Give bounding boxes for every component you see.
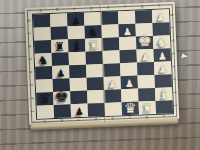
- square-a7: [34, 27, 52, 41]
- square-c2: [70, 91, 88, 105]
- square-g6: ♚: [136, 36, 154, 50]
- square-h2: ♝: [155, 87, 173, 101]
- square-g3: [138, 75, 156, 89]
- square-d4: [86, 64, 104, 78]
- square-f5: [119, 50, 137, 64]
- square-b2: ♚: [53, 91, 71, 105]
- square-g2: [138, 88, 156, 102]
- square-d6: ♜: [85, 38, 103, 52]
- square-c1: ♟: [71, 104, 89, 118]
- square-e4: [103, 63, 121, 77]
- square-f4: [120, 63, 138, 77]
- square-e3: ♟: [104, 76, 122, 90]
- square-f3: ♟: [121, 76, 139, 90]
- square-a2: ♛: [36, 92, 54, 106]
- black-king-b2: ♚: [54, 88, 69, 105]
- square-b4: ♟: [52, 65, 70, 79]
- square-c6: ♝: [68, 39, 86, 53]
- white-queen-f1: ♛: [124, 101, 137, 115]
- black-knight-a5: ♞: [38, 54, 49, 66]
- black-rook-b6: ♜: [54, 40, 65, 52]
- coord-label: g: [134, 3, 151, 10]
- square-a1: [37, 105, 55, 119]
- coord-label: h: [151, 2, 168, 9]
- square-d1: [88, 103, 106, 117]
- square-d2: [87, 90, 105, 104]
- square-f1: ♛: [122, 102, 140, 116]
- white-pawn-f3: ♟: [125, 79, 134, 89]
- black-knight-d7: ♞: [88, 26, 99, 38]
- white-pawn-h5: ♟: [158, 51, 167, 61]
- square-g1: ♜: [139, 101, 157, 115]
- square-a5: ♞: [35, 53, 53, 67]
- coord-label: c: [66, 6, 83, 13]
- square-a6: [34, 40, 52, 54]
- square-e5: [102, 50, 120, 64]
- coord-label: d: [83, 5, 100, 12]
- square-g8: [135, 10, 153, 24]
- coord-label: d: [87, 116, 104, 123]
- coord-label: c: [70, 117, 87, 124]
- white-pawn-h8: ♟: [156, 12, 165, 22]
- coord-label: e: [100, 4, 117, 11]
- coord-label: f: [117, 4, 134, 11]
- square-c3: [70, 78, 88, 92]
- white-pawn-h4: ♟: [158, 64, 167, 74]
- coord-label: h: [155, 113, 172, 120]
- square-a8: [33, 14, 51, 28]
- square-g5: ♟: [136, 49, 154, 63]
- white-pawn-e3: ♟: [108, 79, 117, 89]
- coord-label: 7: [23, 30, 36, 38]
- square-e1: [105, 102, 123, 116]
- photo-of-chess-board: { "game": "chess", "scene": "overhead ph…: [0, 0, 200, 150]
- white-king-g6: ♚: [137, 33, 152, 50]
- white-pawn-g5: ♟: [141, 52, 150, 62]
- white-bishop-h2: ♝: [158, 87, 170, 100]
- square-b7: [50, 26, 68, 40]
- square-h4: ♟: [154, 61, 172, 75]
- square-e7: [101, 24, 119, 38]
- white-pawn-f7: ♟: [123, 27, 132, 37]
- square-d5: [86, 51, 104, 65]
- board-frame: abcdefgh abcdefgh 87654321 87654321 ♟♟♞♟…: [25, 2, 180, 125]
- black-pawn-c8: ♟: [71, 16, 80, 26]
- coord-label: b: [53, 117, 70, 124]
- square-c4: [69, 65, 87, 79]
- square-b3: [53, 78, 71, 92]
- square-d7: ♞: [84, 25, 102, 39]
- black-queen-a2: ♛: [38, 91, 51, 105]
- square-c5: [69, 52, 87, 66]
- coord-label: 6: [166, 37, 179, 45]
- square-b1: [54, 104, 72, 118]
- square-e6: [102, 37, 120, 51]
- black-pawn-c1: ♟: [75, 107, 84, 117]
- square-b6: ♜: [51, 39, 69, 53]
- square-a4: [35, 66, 53, 80]
- square-g7: [135, 23, 153, 37]
- coord-label: 8: [22, 17, 35, 25]
- white-rook-d6: ♜: [88, 39, 99, 51]
- chess-board: abcdefgh abcdefgh 87654321 87654321 ♟♟♞♟…: [25, 2, 180, 125]
- square-b8: [50, 13, 68, 27]
- black-bishop-c6: ♝: [71, 39, 83, 52]
- black-pawn-b4: ♟: [56, 68, 65, 78]
- square-b5: [52, 52, 70, 66]
- coord-label: 5: [24, 56, 37, 64]
- coord-label: 5: [167, 50, 180, 58]
- square-g4: [137, 62, 155, 76]
- square-e2: [104, 89, 122, 103]
- white-rook-g1: ♜: [142, 102, 153, 114]
- coord-label: a: [36, 118, 53, 125]
- square-d3: [87, 77, 105, 91]
- coord-label: b: [49, 6, 66, 13]
- square-a3: [36, 79, 54, 93]
- coord-label: 7: [165, 24, 178, 32]
- square-c8: ♟: [67, 13, 85, 27]
- square-d8: [84, 12, 102, 26]
- coord-label: g: [138, 114, 155, 121]
- square-f6: [119, 37, 137, 51]
- square-c7: [67, 26, 85, 40]
- square-f8: [118, 11, 136, 25]
- coord-label: a: [32, 7, 49, 14]
- square-f7: ♟: [118, 24, 136, 38]
- square-h3: [154, 74, 172, 88]
- square-h1: [156, 100, 174, 114]
- square-f2: [121, 89, 139, 103]
- square-e8: [101, 11, 119, 25]
- coord-label: f: [121, 115, 138, 122]
- coord-label: 6: [23, 43, 36, 51]
- coord-label: e: [104, 115, 121, 122]
- coord-label: 8: [165, 11, 178, 19]
- captured-white-pawn-on-floor: ♟: [179, 52, 188, 60]
